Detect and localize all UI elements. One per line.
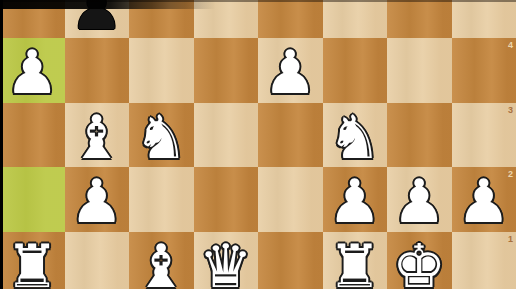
white-knight[interactable]: ♞ xyxy=(328,105,382,170)
square-c4[interactable] xyxy=(129,38,194,103)
square-d1[interactable]: ♛ xyxy=(194,232,259,289)
square-a3[interactable] xyxy=(0,103,65,168)
white-queen[interactable]: ♛ xyxy=(199,234,253,289)
rank-label-3: 3 xyxy=(508,105,513,115)
square-f1[interactable]: ♜ xyxy=(323,232,388,289)
square-a4[interactable]: ♟ xyxy=(0,38,65,103)
white-rook[interactable]: ♜ xyxy=(5,234,59,289)
white-pawn[interactable]: ♟ xyxy=(263,40,317,105)
white-knight[interactable]: ♞ xyxy=(134,105,188,170)
square-e3[interactable] xyxy=(258,103,323,168)
square-h3[interactable]: 3 xyxy=(452,103,516,168)
chess-board: ♟♟♟4♝♞♞3♟♟♟♟2♜♝♛♜♚1 xyxy=(0,0,516,289)
white-bishop[interactable]: ♝ xyxy=(70,105,124,170)
rank-label-4: 4 xyxy=(508,40,513,50)
square-c2[interactable] xyxy=(129,167,194,232)
square-h4[interactable]: 4 xyxy=(452,38,516,103)
white-pawn[interactable]: ♟ xyxy=(328,169,382,234)
white-pawn[interactable]: ♟ xyxy=(70,169,124,234)
square-a1[interactable]: ♜ xyxy=(0,232,65,289)
white-king[interactable]: ♚ xyxy=(392,234,446,289)
white-bishop[interactable]: ♝ xyxy=(134,234,188,289)
white-rook[interactable]: ♜ xyxy=(328,234,382,289)
letterbox-left xyxy=(0,0,3,289)
rank-label-1: 1 xyxy=(508,234,513,244)
rank-label-2: 2 xyxy=(508,169,513,179)
square-f4[interactable] xyxy=(323,38,388,103)
square-g3[interactable] xyxy=(387,103,452,168)
square-d3[interactable] xyxy=(194,103,259,168)
square-c1[interactable]: ♝ xyxy=(129,232,194,289)
white-pawn[interactable]: ♟ xyxy=(5,40,59,105)
square-b2[interactable]: ♟ xyxy=(65,167,130,232)
square-h1[interactable]: 1 xyxy=(452,232,516,289)
chess-app-viewport: ♟♟♟4♝♞♞3♟♟♟♟2♜♝♛♜♚1 xyxy=(0,0,516,289)
square-b4[interactable] xyxy=(65,38,130,103)
square-d4[interactable] xyxy=(194,38,259,103)
square-g2[interactable]: ♟ xyxy=(387,167,452,232)
square-b3[interactable]: ♝ xyxy=(65,103,130,168)
square-c3[interactable]: ♞ xyxy=(129,103,194,168)
white-pawn[interactable]: ♟ xyxy=(392,169,446,234)
square-a2[interactable] xyxy=(0,167,65,232)
square-g1[interactable]: ♚ xyxy=(387,232,452,289)
letterbox-top-left xyxy=(0,0,516,9)
square-f3[interactable]: ♞ xyxy=(323,103,388,168)
square-f2[interactable]: ♟ xyxy=(323,167,388,232)
square-h2[interactable]: ♟2 xyxy=(452,167,516,232)
square-e2[interactable] xyxy=(258,167,323,232)
square-d2[interactable] xyxy=(194,167,259,232)
square-g4[interactable] xyxy=(387,38,452,103)
square-b1[interactable] xyxy=(65,232,130,289)
square-e4[interactable]: ♟ xyxy=(258,38,323,103)
square-e1[interactable] xyxy=(258,232,323,289)
white-pawn[interactable]: ♟ xyxy=(457,169,511,234)
